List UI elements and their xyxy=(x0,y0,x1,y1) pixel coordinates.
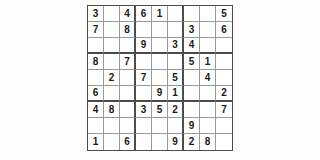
cell-r9c7[interactable]: 2 xyxy=(184,134,200,150)
cell-r6c6[interactable]: 1 xyxy=(168,86,184,102)
cell-r8c6[interactable] xyxy=(168,118,184,134)
cell-r3c2[interactable] xyxy=(104,38,120,54)
cell-r1c9[interactable]: 5 xyxy=(216,6,232,22)
cell-r6c7[interactable] xyxy=(184,86,200,102)
cell-r4c9[interactable] xyxy=(216,54,232,70)
cell-r3c4[interactable]: 9 xyxy=(136,38,152,54)
cell-r6c5[interactable]: 9 xyxy=(152,86,168,102)
cell-r7c1[interactable]: 4 xyxy=(88,102,104,118)
cell-r8c1[interactable] xyxy=(88,118,104,134)
cell-r6c2[interactable] xyxy=(104,86,120,102)
cell-r9c4[interactable] xyxy=(136,134,152,150)
cell-r6c8[interactable] xyxy=(200,86,216,102)
cell-r9c2[interactable] xyxy=(104,134,120,150)
cell-r9c3[interactable]: 6 xyxy=(120,134,136,150)
cell-r3c5[interactable] xyxy=(152,38,168,54)
cell-r7c7[interactable] xyxy=(184,102,200,118)
cell-r1c5[interactable]: 1 xyxy=(152,6,168,22)
cell-r4c4[interactable] xyxy=(136,54,152,70)
cell-r2c2[interactable] xyxy=(104,22,120,38)
cell-r7c8[interactable] xyxy=(200,102,216,118)
cell-r8c7[interactable]: 9 xyxy=(184,118,200,134)
cell-r1c6[interactable] xyxy=(168,6,184,22)
cell-r7c5[interactable]: 5 xyxy=(152,102,168,118)
cell-r3c8[interactable] xyxy=(200,38,216,54)
cell-r7c2[interactable]: 8 xyxy=(104,102,120,118)
cell-r6c4[interactable] xyxy=(136,86,152,102)
cell-r7c4[interactable]: 3 xyxy=(136,102,152,118)
cell-r3c6[interactable]: 3 xyxy=(168,38,184,54)
cell-r9c1[interactable]: 1 xyxy=(88,134,104,150)
cell-r5c4[interactable]: 7 xyxy=(136,70,152,86)
cell-r5c9[interactable] xyxy=(216,70,232,86)
sudoku-board: 346157836934875127546912483527916928 xyxy=(87,5,233,151)
cell-r8c9[interactable] xyxy=(216,118,232,134)
cell-r4c8[interactable]: 1 xyxy=(200,54,216,70)
cell-r4c5[interactable] xyxy=(152,54,168,70)
cell-r3c7[interactable]: 4 xyxy=(184,38,200,54)
cell-r4c7[interactable]: 5 xyxy=(184,54,200,70)
cell-r7c6[interactable]: 2 xyxy=(168,102,184,118)
cell-r2c4[interactable] xyxy=(136,22,152,38)
cell-r6c3[interactable] xyxy=(120,86,136,102)
cell-r2c6[interactable] xyxy=(168,22,184,38)
cell-r8c3[interactable] xyxy=(120,118,136,134)
cell-r2c9[interactable]: 6 xyxy=(216,22,232,38)
cell-r5c7[interactable] xyxy=(184,70,200,86)
cell-r1c1[interactable]: 3 xyxy=(88,6,104,22)
cell-r8c5[interactable] xyxy=(152,118,168,134)
cell-r5c6[interactable]: 5 xyxy=(168,70,184,86)
cell-r4c6[interactable] xyxy=(168,54,184,70)
cell-r4c3[interactable]: 7 xyxy=(120,54,136,70)
cell-r9c9[interactable] xyxy=(216,134,232,150)
cell-r2c1[interactable]: 7 xyxy=(88,22,104,38)
cell-r2c8[interactable] xyxy=(200,22,216,38)
cell-r2c5[interactable] xyxy=(152,22,168,38)
cell-r5c1[interactable] xyxy=(88,70,104,86)
cell-r1c7[interactable] xyxy=(184,6,200,22)
cell-r5c2[interactable]: 2 xyxy=(104,70,120,86)
page-background: 346157836934875127546912483527916928 xyxy=(0,0,320,160)
cell-r1c2[interactable] xyxy=(104,6,120,22)
cell-r2c3[interactable]: 8 xyxy=(120,22,136,38)
cell-r1c8[interactable] xyxy=(200,6,216,22)
cell-r3c1[interactable] xyxy=(88,38,104,54)
cell-r5c5[interactable] xyxy=(152,70,168,86)
cell-r7c3[interactable] xyxy=(120,102,136,118)
cell-r1c3[interactable]: 4 xyxy=(120,6,136,22)
cell-r9c6[interactable]: 9 xyxy=(168,134,184,150)
cell-r8c2[interactable] xyxy=(104,118,120,134)
cell-r4c1[interactable]: 8 xyxy=(88,54,104,70)
cell-r2c7[interactable]: 3 xyxy=(184,22,200,38)
cell-r6c9[interactable]: 2 xyxy=(216,86,232,102)
cell-r5c3[interactable] xyxy=(120,70,136,86)
cell-r9c5[interactable] xyxy=(152,134,168,150)
cell-r4c2[interactable] xyxy=(104,54,120,70)
cell-r8c4[interactable] xyxy=(136,118,152,134)
cell-r5c8[interactable]: 4 xyxy=(200,70,216,86)
cell-r8c8[interactable] xyxy=(200,118,216,134)
cell-r7c9[interactable]: 7 xyxy=(216,102,232,118)
cell-r3c3[interactable] xyxy=(120,38,136,54)
cell-r1c4[interactable]: 6 xyxy=(136,6,152,22)
cell-r6c1[interactable]: 6 xyxy=(88,86,104,102)
cell-r9c8[interactable]: 8 xyxy=(200,134,216,150)
cell-r3c9[interactable] xyxy=(216,38,232,54)
